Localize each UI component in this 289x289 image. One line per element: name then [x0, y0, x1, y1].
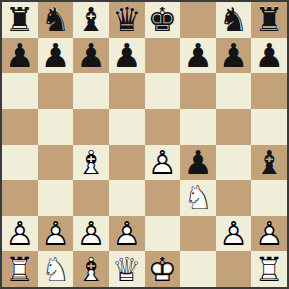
- piece-body-fill: ♟: [145, 145, 181, 181]
- square-e2[interactable]: [145, 216, 181, 252]
- square-f6[interactable]: [180, 73, 216, 109]
- piece-detail-lines: ♗: [251, 145, 287, 181]
- piece-white-pawn[interactable]: ♟♙: [38, 216, 74, 252]
- piece-white-queen[interactable]: ♛♕: [109, 251, 145, 287]
- piece-glyph: ♖: [251, 251, 287, 287]
- square-e8[interactable]: ♔♚: [145, 2, 181, 38]
- square-d2[interactable]: ♟♙: [109, 216, 145, 252]
- square-g8[interactable]: ♘♞: [216, 2, 252, 38]
- piece-white-pawn[interactable]: ♟♙: [73, 216, 109, 252]
- piece-body-fill: ♛: [109, 251, 145, 287]
- piece-white-king[interactable]: ♚♔: [145, 251, 181, 287]
- piece-white-rook[interactable]: ♜♖: [2, 251, 38, 287]
- piece-white-bishop[interactable]: ♝♗: [73, 251, 109, 287]
- square-b8[interactable]: ♘♞: [38, 2, 74, 38]
- square-h4[interactable]: ♗♝: [251, 145, 287, 181]
- square-h5[interactable]: [251, 109, 287, 145]
- piece-black-king[interactable]: ♔♚: [145, 2, 181, 38]
- piece-glyph: ♟: [180, 145, 216, 181]
- square-a6[interactable]: [2, 73, 38, 109]
- piece-detail-lines: ♙: [38, 38, 74, 74]
- square-a7[interactable]: ♙♟: [2, 38, 38, 74]
- square-a3[interactable]: [2, 180, 38, 216]
- piece-glyph: ♟: [180, 38, 216, 74]
- square-c8[interactable]: ♗♝: [73, 2, 109, 38]
- square-b4[interactable]: [38, 145, 74, 181]
- piece-glyph: ♟: [109, 38, 145, 74]
- piece-detail-lines: ♙: [109, 38, 145, 74]
- piece-body-fill: ♟: [216, 216, 252, 252]
- piece-glyph: ♗: [73, 251, 109, 287]
- piece-black-bishop[interactable]: ♗♝: [251, 145, 287, 181]
- square-g4[interactable]: [216, 145, 252, 181]
- square-h8[interactable]: ♖♜: [251, 2, 287, 38]
- square-e6[interactable]: [145, 73, 181, 109]
- square-c2[interactable]: ♟♙: [73, 216, 109, 252]
- piece-detail-lines: ♙: [251, 38, 287, 74]
- square-h3[interactable]: [251, 180, 287, 216]
- square-f2[interactable]: [180, 216, 216, 252]
- piece-body-fill: ♝: [73, 251, 109, 287]
- piece-glyph: ♝: [251, 145, 287, 181]
- piece-body-fill: ♟: [109, 216, 145, 252]
- piece-body-fill: ♜: [2, 251, 38, 287]
- piece-body-fill: ♜: [251, 251, 287, 287]
- square-h6[interactable]: [251, 73, 287, 109]
- square-h7[interactable]: ♙♟: [251, 38, 287, 74]
- square-b6[interactable]: [38, 73, 74, 109]
- piece-glyph: ♝: [73, 2, 109, 38]
- piece-white-rook[interactable]: ♜♖: [251, 251, 287, 287]
- piece-detail-lines: ♖: [251, 2, 287, 38]
- square-g7[interactable]: ♙♟: [216, 38, 252, 74]
- piece-glyph: ♙: [216, 216, 252, 252]
- piece-detail-lines: ♙: [180, 38, 216, 74]
- piece-glyph: ♟: [2, 38, 38, 74]
- piece-white-pawn[interactable]: ♟♙: [216, 216, 252, 252]
- piece-detail-lines: ♙: [180, 145, 216, 181]
- piece-white-knight[interactable]: ♞♘: [38, 251, 74, 287]
- piece-glyph: ♙: [251, 216, 287, 252]
- piece-black-pawn[interactable]: ♙♟: [216, 38, 252, 74]
- piece-detail-lines: ♙: [2, 38, 38, 74]
- piece-white-pawn[interactable]: ♟♙: [109, 216, 145, 252]
- square-f3[interactable]: ♞♘: [180, 180, 216, 216]
- square-d1[interactable]: ♛♕: [109, 251, 145, 287]
- piece-body-fill: ♚: [145, 251, 181, 287]
- piece-body-fill: ♞: [180, 180, 216, 216]
- square-b3[interactable]: [38, 180, 74, 216]
- square-f5[interactable]: [180, 109, 216, 145]
- piece-glyph: ♟: [73, 38, 109, 74]
- piece-body-fill: ♟: [2, 216, 38, 252]
- piece-glyph: ♟: [251, 38, 287, 74]
- piece-black-knight[interactable]: ♘♞: [216, 2, 252, 38]
- piece-glyph: ♖: [2, 251, 38, 287]
- piece-black-pawn[interactable]: ♙♟: [180, 38, 216, 74]
- piece-black-knight[interactable]: ♘♞: [38, 2, 74, 38]
- piece-detail-lines: ♖: [2, 2, 38, 38]
- square-e7[interactable]: [145, 38, 181, 74]
- square-g2[interactable]: ♟♙: [216, 216, 252, 252]
- square-e3[interactable]: [145, 180, 181, 216]
- piece-detail-lines: ♕: [109, 2, 145, 38]
- square-d4[interactable]: [109, 145, 145, 181]
- piece-glyph: ♕: [109, 251, 145, 287]
- square-c1[interactable]: ♝♗: [73, 251, 109, 287]
- square-b5[interactable]: [38, 109, 74, 145]
- piece-white-pawn[interactable]: ♟♙: [251, 216, 287, 252]
- piece-glyph: ♗: [73, 145, 109, 181]
- piece-detail-lines: ♘: [38, 2, 74, 38]
- square-e4[interactable]: ♟♙: [145, 145, 181, 181]
- piece-body-fill: ♞: [38, 251, 74, 287]
- piece-glyph: ♙: [145, 145, 181, 181]
- piece-glyph: ♛: [109, 2, 145, 38]
- piece-black-rook[interactable]: ♖♜: [251, 2, 287, 38]
- square-d6[interactable]: [109, 73, 145, 109]
- square-d5[interactable]: [109, 109, 145, 145]
- piece-body-fill: ♟: [251, 216, 287, 252]
- square-b2[interactable]: ♟♙: [38, 216, 74, 252]
- piece-black-pawn[interactable]: ♙♟: [38, 38, 74, 74]
- square-a2[interactable]: ♟♙: [2, 216, 38, 252]
- square-g5[interactable]: [216, 109, 252, 145]
- piece-body-fill: ♟: [38, 216, 74, 252]
- square-a5[interactable]: [2, 109, 38, 145]
- piece-glyph: ♟: [216, 38, 252, 74]
- piece-glyph: ♞: [216, 2, 252, 38]
- square-h1[interactable]: ♜♖: [251, 251, 287, 287]
- square-g1[interactable]: [216, 251, 252, 287]
- piece-detail-lines: ♙: [73, 38, 109, 74]
- piece-glyph: ♜: [2, 2, 38, 38]
- piece-white-pawn[interactable]: ♟♙: [2, 216, 38, 252]
- square-c6[interactable]: [73, 73, 109, 109]
- piece-white-pawn[interactable]: ♟♙: [145, 145, 181, 181]
- square-c5[interactable]: [73, 109, 109, 145]
- piece-glyph: ♙: [2, 216, 38, 252]
- square-g6[interactable]: [216, 73, 252, 109]
- piece-black-rook[interactable]: ♖♜: [2, 2, 38, 38]
- square-f8[interactable]: [180, 2, 216, 38]
- square-a8[interactable]: ♖♜: [2, 2, 38, 38]
- piece-body-fill: ♝: [73, 145, 109, 181]
- square-e1[interactable]: ♚♔: [145, 251, 181, 287]
- piece-detail-lines: ♘: [216, 2, 252, 38]
- piece-black-queen[interactable]: ♕♛: [109, 2, 145, 38]
- piece-body-fill: ♟: [73, 216, 109, 252]
- square-a4[interactable]: [2, 145, 38, 181]
- square-d8[interactable]: ♕♛: [109, 2, 145, 38]
- piece-glyph: ♙: [73, 216, 109, 252]
- piece-glyph: ♙: [109, 216, 145, 252]
- piece-black-pawn[interactable]: ♙♟: [251, 38, 287, 74]
- piece-glyph: ♘: [180, 180, 216, 216]
- square-b7[interactable]: ♙♟: [38, 38, 74, 74]
- square-g3[interactable]: [216, 180, 252, 216]
- piece-black-pawn[interactable]: ♙♟: [109, 38, 145, 74]
- piece-glyph: ♘: [38, 251, 74, 287]
- piece-glyph: ♙: [38, 216, 74, 252]
- piece-glyph: ♚: [145, 2, 181, 38]
- square-f1[interactable]: [180, 251, 216, 287]
- square-c4[interactable]: ♝♗: [73, 145, 109, 181]
- piece-black-pawn[interactable]: ♙♟: [180, 145, 216, 181]
- piece-white-knight[interactable]: ♞♘: [180, 180, 216, 216]
- piece-glyph: ♞: [38, 2, 74, 38]
- piece-white-bishop[interactable]: ♝♗: [73, 145, 109, 181]
- square-h2[interactable]: ♟♙: [251, 216, 287, 252]
- piece-detail-lines: ♙: [216, 38, 252, 74]
- square-c7[interactable]: ♙♟: [73, 38, 109, 74]
- square-b1[interactable]: ♞♘: [38, 251, 74, 287]
- piece-black-pawn[interactable]: ♙♟: [73, 38, 109, 74]
- piece-black-bishop[interactable]: ♗♝: [73, 2, 109, 38]
- piece-glyph: ♟: [38, 38, 74, 74]
- square-e5[interactable]: [145, 109, 181, 145]
- piece-detail-lines: ♔: [145, 2, 181, 38]
- piece-black-pawn[interactable]: ♙♟: [2, 38, 38, 74]
- square-a1[interactable]: ♜♖: [2, 251, 38, 287]
- piece-detail-lines: ♗: [73, 2, 109, 38]
- chess-board: ♖♜♘♞♗♝♕♛♔♚♘♞♖♜♙♟♙♟♙♟♙♟♙♟♙♟♙♟♝♗♟♙♙♟♗♝♞♘♟♙…: [0, 0, 289, 289]
- piece-glyph: ♜: [251, 2, 287, 38]
- piece-glyph: ♔: [145, 251, 181, 287]
- square-f4[interactable]: ♙♟: [180, 145, 216, 181]
- square-d3[interactable]: [109, 180, 145, 216]
- square-c3[interactable]: [73, 180, 109, 216]
- square-d7[interactable]: ♙♟: [109, 38, 145, 74]
- square-f7[interactable]: ♙♟: [180, 38, 216, 74]
